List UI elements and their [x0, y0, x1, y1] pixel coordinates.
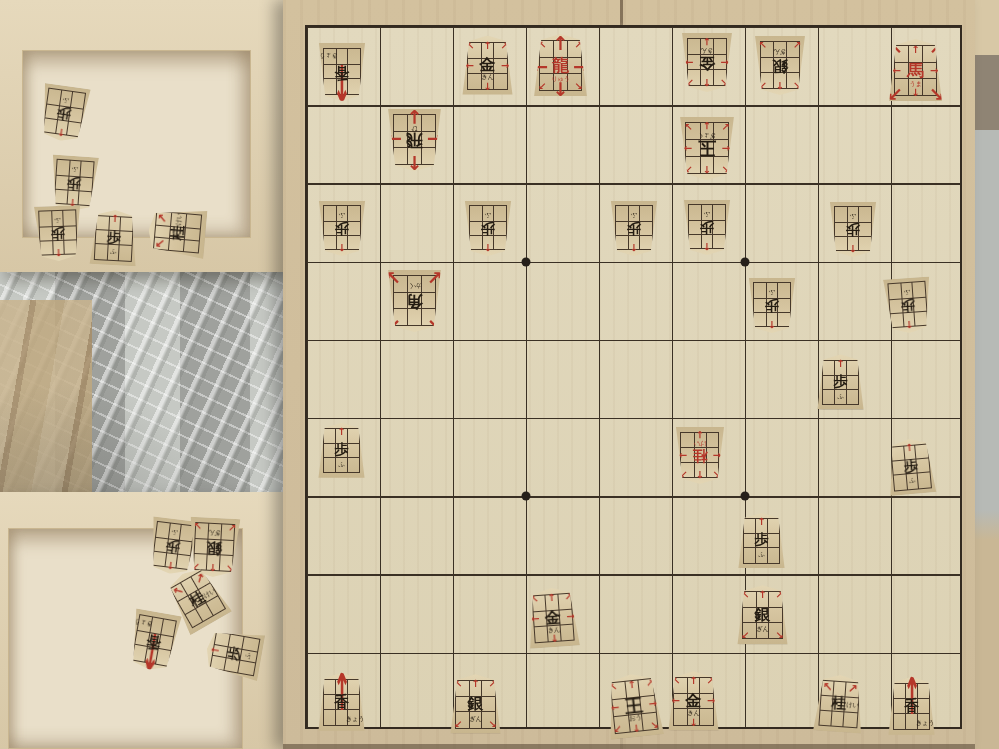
piece-captured-S-tray1[interactable]: ↖↑↗↙↘銀ぎん [186, 516, 241, 578]
move-arrow-t-icon: ↑ [904, 319, 913, 330]
move-arrow-r-icon: → [501, 61, 509, 71]
square-58[interactable] [597, 571, 670, 649]
move-arrow-ntr-icon: ↗ [156, 213, 169, 224]
move-arrow-ntr-icon: ↗ [847, 682, 858, 695]
square-88[interactable] [380, 571, 453, 649]
square-52[interactable] [597, 105, 670, 183]
move-arrow-r-icon: → [648, 699, 657, 710]
piece-kana: ぎん [773, 46, 785, 55]
move-arrow-t-icon: ↑ [337, 242, 345, 252]
piece-kana: きょう [346, 715, 364, 724]
square-26[interactable] [815, 416, 888, 494]
piece-kana: かく [408, 281, 420, 290]
piece-kanji: 歩 [224, 645, 244, 662]
square-64[interactable] [525, 260, 598, 338]
tray-top-interior[interactable]: ↑歩ふ↑歩ふ↑歩ふ↑歩ふ↖↗桂けい [22, 50, 251, 238]
piece-kanji: 歩 [846, 221, 860, 239]
move-arrow-bl-icon: ↙ [613, 725, 622, 736]
piece-kana: おう [628, 714, 641, 724]
move-arrow-t-icon: ↑ [629, 242, 637, 252]
piece-kana: ぎょく [697, 131, 715, 140]
move-arrow-l-icon: ← [893, 66, 901, 76]
piece-kana: ふ [903, 287, 910, 296]
move-arrow-t-icon: ↑ [689, 676, 697, 686]
piece-kana: ふ [484, 210, 490, 219]
square-22[interactable] [815, 105, 888, 183]
piece-kanji: 桂 [830, 694, 846, 714]
move-arrow-l-icon: ← [466, 61, 474, 71]
move-arrow-t-icon: ↑ [209, 561, 218, 571]
tray-bottom-interior[interactable]: ↑歩ふ↖↑↗↙↘銀ぎん↖↗桂けい↑香きょう↑歩ふ [8, 528, 243, 749]
piece-sente-pB-11[interactable]: ↖↗↙↘↑↓←→馬うま [888, 39, 943, 101]
square-85[interactable] [380, 338, 453, 416]
piece-sente-P-96[interactable]: ↑歩ふ [318, 423, 366, 478]
piece-captured-P-tray1[interactable]: ↑歩ふ [48, 154, 100, 212]
move-arrow-t-icon: ↑ [836, 359, 844, 369]
move-arrow-t-icon: ↑ [483, 242, 491, 252]
move-arrow-br-icon: ↘ [650, 721, 659, 732]
piece-gote-R-82[interactable]: ↑↓←→飛ひ [387, 109, 442, 171]
move-arrow-t-icon: ↑ [110, 214, 119, 224]
star-point [741, 257, 750, 266]
piece-kana: ふ [768, 288, 774, 297]
piece-kanji: 角 [406, 289, 423, 312]
square-54[interactable] [597, 260, 670, 338]
piece-kanji: 歩 [700, 219, 714, 237]
piece-kanji: 歩 [627, 220, 641, 238]
square-98[interactable] [307, 571, 380, 649]
piece-kanji: 銀 [772, 55, 788, 76]
piece-kanji: 歩 [481, 220, 495, 238]
move-arrow-ntl-icon: ↖ [822, 681, 833, 694]
square-95[interactable] [307, 338, 380, 416]
move-arrow-t-icon: ↑ [483, 41, 491, 51]
move-arrow-br-icon: ↘ [684, 121, 692, 131]
square-33[interactable] [742, 183, 815, 261]
move-arrow-r-icon: → [566, 612, 575, 623]
move-arrow-t-icon: ↑ [695, 469, 703, 479]
move-arrow-t-icon: ↑ [702, 164, 710, 174]
move-arrow-t-icon: ↑ [627, 680, 636, 691]
piece-kanji: 歩 [900, 296, 915, 315]
piece-kana: きん [700, 45, 712, 54]
captured-tray-top: ↑歩ふ↑歩ふ↑歩ふ↑歩ふ↖↗桂けい [0, 0, 283, 272]
piece-kana: りゅう [551, 74, 569, 83]
piece-kanji: 馬 [907, 59, 924, 82]
piece-kana: ふ [703, 209, 709, 218]
move-arrow-t-icon: ↑ [54, 246, 63, 256]
square-87[interactable] [380, 494, 453, 572]
piece-kanji: 飛 [406, 129, 423, 152]
move-arrow-bl-icon: ↙ [454, 720, 462, 730]
move-arrow-b-icon: ↓ [702, 35, 710, 45]
piece-kanji: 歩 [903, 457, 919, 476]
move-arrow-t-icon: ↑ [767, 319, 775, 329]
piece-sente-G-49[interactable]: ↖↑↗←→↓金きん [668, 671, 720, 730]
move-arrow-t-icon: ↑ [407, 153, 423, 172]
square-66[interactable] [525, 416, 598, 494]
piece-kana: ふ [171, 528, 178, 538]
piece-gote-B-84[interactable]: ↖↗↙↘角かく [387, 270, 442, 332]
move-arrow-bl-icon: ↙ [538, 82, 546, 92]
piece-kana: けい [693, 438, 705, 447]
piece-kana: きん [481, 73, 493, 82]
move-arrow-r-icon: → [930, 66, 938, 76]
move-arrow-t-icon: ↑ [758, 590, 766, 600]
piece-kanji: 歩 [165, 536, 181, 556]
move-arrow-t-icon: ↑ [848, 243, 856, 253]
move-arrow-t-icon: ↑ [166, 559, 176, 570]
square-81[interactable] [380, 27, 453, 105]
piece-kana: きょう [916, 719, 934, 728]
piece-kana: ふ [54, 215, 60, 224]
piece-kana: ぎん [208, 527, 221, 537]
square-74[interactable] [452, 260, 525, 338]
piece-kanji: 歩 [66, 174, 81, 193]
piece-kanji: 歩 [335, 441, 349, 459]
piece-kanji: 金 [699, 52, 715, 73]
piece-captured-P-tray0[interactable]: ↑歩ふ [36, 82, 91, 143]
piece-kanji: 銀 [755, 604, 771, 625]
move-arrow-b-icon: ↓ [483, 82, 491, 92]
piece-kana: ふ [62, 94, 69, 104]
piece-kanji: 歩 [765, 297, 779, 315]
square-77[interactable] [452, 494, 525, 572]
piece-kana: ふ [849, 211, 855, 220]
piece-gote-Kg-42[interactable]: ↖↑↗←→↙↓↘玉ぎょく [679, 117, 735, 180]
square-62[interactable] [525, 105, 598, 183]
piece-kana: きん [547, 625, 560, 635]
square-21[interactable] [815, 27, 888, 105]
piece-kanji: 香 [334, 692, 349, 711]
move-arrow-l-icon: ← [720, 57, 728, 67]
piece-kanji: 歩 [755, 531, 769, 549]
piece-kana: うま [909, 79, 921, 88]
move-arrow-b-icon: ↓ [689, 718, 697, 728]
square-57[interactable] [597, 494, 670, 572]
move-arrow-bl-icon: ↙ [792, 39, 800, 49]
piece-kana: けい [845, 702, 858, 712]
move-arrow-t-icon: ↑ [702, 77, 710, 87]
piece-sente-pR-61[interactable]: ↑↓←→↖↗↙↘龍りゅう [533, 34, 588, 96]
move-arrow-b-icon: ↓ [911, 88, 919, 98]
square-44[interactable] [670, 260, 743, 338]
square-35[interactable] [742, 338, 815, 416]
piece-kanji: 歩 [834, 373, 848, 391]
piece-captured-P-tray3[interactable]: ↑歩ふ [89, 208, 140, 265]
star-point [522, 257, 531, 266]
move-arrow-t-icon: ↑ [471, 679, 479, 689]
square-32[interactable] [742, 105, 815, 183]
square-72[interactable] [452, 105, 525, 183]
move-arrow-t-icon: ↑ [210, 645, 221, 655]
piece-kana: ぎん [756, 625, 768, 634]
piece-kanji: 龍 [552, 54, 569, 77]
move-arrow-bl-icon: ↙ [721, 121, 729, 131]
square-67[interactable] [525, 494, 598, 572]
piece-sente-L-19[interactable]: ↑香きょう [888, 677, 936, 735]
piece-kana: ふ [72, 165, 79, 174]
piece-kanji: 歩 [51, 224, 66, 242]
piece-kana: きん [687, 709, 699, 718]
move-arrow-br-icon: ↘ [574, 82, 582, 92]
piece-kana: ふ [110, 246, 117, 255]
move-arrow-t-icon: ↑ [68, 196, 77, 207]
square-51[interactable] [597, 27, 670, 105]
piece-kanji: 歩 [107, 228, 122, 247]
board-bottom-edge [283, 744, 975, 749]
move-arrow-b-icon: ↓ [549, 634, 558, 645]
piece-kana: ふ [758, 550, 764, 559]
move-arrow-l-icon: ← [610, 703, 619, 714]
square-92[interactable] [307, 105, 380, 183]
move-arrow-br-icon: ↘ [758, 39, 766, 49]
move-arrow-ntl-icon: ↖ [154, 238, 167, 249]
square-94[interactable] [307, 260, 380, 338]
square-69[interactable] [525, 649, 598, 727]
piece-kana: ぎん [469, 714, 481, 723]
piece-kana: けい [175, 212, 185, 225]
square-63[interactable] [525, 183, 598, 261]
shogi-board: ↑香きょう↖↑↗←→↓金きん↑↓←→↖↗↙↘龍りゅう↖↑↗←→↓金きん↖↑↗↙↘… [283, 0, 975, 749]
piece-kanji: 銀 [468, 693, 484, 714]
move-arrow-bl-icon: ↙ [741, 631, 749, 641]
piece-captured-P-tray4[interactable]: ↑歩ふ [203, 625, 265, 682]
piece-captured-P-tray2[interactable]: ↑歩ふ [33, 205, 83, 262]
move-arrow-t-icon: ↑ [775, 80, 783, 90]
move-arrow-t-icon: ↑ [757, 517, 765, 527]
piece-sente-G-71[interactable]: ↖↑↗←→↓金きん [462, 36, 514, 95]
move-arrow-br-icon: ↘ [775, 631, 783, 641]
move-arrow-br-icon: ↘ [194, 520, 203, 530]
piece-captured-N-tray4[interactable]: ↖↗桂けい [146, 205, 207, 260]
piece-sente-P-37[interactable]: ↑歩ふ [738, 513, 786, 568]
move-arrow-t-icon: ↑ [904, 443, 913, 454]
square-75[interactable] [452, 338, 525, 416]
square-18[interactable] [887, 571, 960, 649]
square-47[interactable] [670, 494, 743, 572]
move-arrow-r-icon: → [707, 696, 715, 706]
move-arrow-b-icon: ↓ [631, 724, 640, 735]
move-arrow-t-icon: ↑ [547, 593, 556, 604]
piece-kanji: 玉 [698, 136, 716, 160]
square-55[interactable] [597, 338, 670, 416]
move-arrow-l-icon: ← [712, 450, 720, 460]
square-39[interactable] [742, 649, 815, 727]
square-76[interactable] [452, 416, 525, 494]
captured-tray-bottom: ↑歩ふ↖↑↗↙↘銀ぎん↖↗桂けい↑香きょう↑歩ふ [0, 492, 285, 749]
move-arrow-br-icon: ↘ [488, 720, 496, 730]
square-89[interactable] [380, 649, 453, 727]
square-28[interactable] [815, 571, 888, 649]
star-point [522, 492, 531, 501]
square-48[interactable] [670, 571, 743, 649]
square-12[interactable] [887, 105, 960, 183]
piece-kana: ふ [837, 391, 843, 400]
piece-sente-S-79[interactable]: ↖↑↗↙↘銀ぎん [450, 674, 502, 733]
piece-kana: ふ [338, 459, 344, 468]
piece-kanji: 歩 [56, 103, 72, 123]
piece-kanji: 桂 [692, 446, 707, 465]
move-arrow-tr-icon: ↗ [191, 560, 200, 570]
star-point [741, 492, 750, 501]
move-arrow-t-icon: ↑ [57, 125, 67, 136]
piece-kanji: 銀 [205, 536, 222, 558]
square-97[interactable] [307, 494, 380, 572]
table-edge-right [975, 0, 999, 749]
move-arrow-t-icon: ↑ [337, 427, 345, 437]
move-arrow-t-icon: ↑ [911, 45, 919, 55]
piece-sente-P-25[interactable]: ↑歩ふ [817, 354, 865, 409]
square-56[interactable] [597, 416, 670, 494]
move-arrow-l-icon: ← [721, 143, 729, 153]
piece-kana: ひ [411, 123, 417, 132]
move-arrow-r-icon: → [683, 143, 691, 153]
piece-kanji: 桂 [167, 224, 187, 241]
piece-kanji: 歩 [335, 220, 349, 238]
square-83[interactable] [380, 183, 453, 261]
square-45[interactable] [670, 338, 743, 416]
piece-sente-S-38[interactable]: ↖↑↗↙↘銀ぎん [737, 585, 789, 644]
square-65[interactable] [525, 338, 598, 416]
square-24[interactable] [815, 260, 888, 338]
piece-kana: きょう [319, 50, 337, 59]
move-arrow-t-icon: ↑ [702, 241, 710, 251]
square-13[interactable] [887, 183, 960, 261]
square-36[interactable] [742, 416, 815, 494]
move-arrow-l-icon: ← [672, 696, 680, 706]
move-arrow-bl-icon: ↙ [228, 521, 237, 531]
piece-sente-L-99[interactable]: ↑香きょう [318, 673, 366, 731]
piece-kanji: 香 [904, 696, 919, 715]
square-78[interactable] [452, 571, 525, 649]
move-arrow-b-icon: ↓ [702, 120, 710, 130]
piece-kana: ふ [908, 475, 915, 485]
piece-captured-L-tray3[interactable]: ↑香きょう [125, 608, 182, 673]
move-arrow-t-icon: ↑ [553, 33, 569, 52]
square-86[interactable] [380, 416, 453, 494]
move-arrow-tl-icon: ↖ [226, 562, 235, 572]
piece-kana: ふ [630, 210, 636, 219]
piece-kana: ふ [243, 652, 253, 660]
piece-kanji: 香 [334, 63, 349, 82]
piece-kana: ふ [338, 210, 344, 219]
square-17[interactable] [887, 494, 960, 572]
square-15[interactable] [887, 338, 960, 416]
shogi-scene: ↑歩ふ↑歩ふ↑歩ふ↑歩ふ↖↗桂けい ↑歩ふ↖↑↗↙↘銀ぎん↖↗桂けい↑香きょう↑… [0, 0, 999, 749]
square-27[interactable] [815, 494, 888, 572]
